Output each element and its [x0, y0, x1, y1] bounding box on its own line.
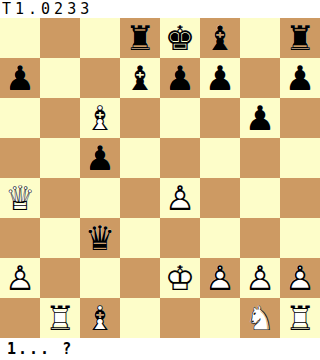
square-c6[interactable]: ♝♗ — [80, 98, 120, 138]
square-g4[interactable] — [240, 178, 280, 218]
square-c7[interactable] — [80, 58, 120, 98]
piece-white-pawn: ♟♙ — [200, 258, 240, 298]
piece-white-pawn: ♟♙ — [160, 178, 200, 218]
piece-white-pawn: ♟♙ — [280, 258, 320, 298]
square-b7[interactable] — [40, 58, 80, 98]
square-b4[interactable] — [40, 178, 80, 218]
square-h7[interactable]: ♙♟ — [280, 58, 320, 98]
piece-silhouette: ♝ — [200, 18, 240, 58]
square-e6[interactable] — [160, 98, 200, 138]
square-e5[interactable] — [160, 138, 200, 178]
square-h6[interactable] — [280, 98, 320, 138]
piece-black-pawn: ♙♟ — [0, 58, 40, 98]
square-d2[interactable] — [120, 258, 160, 298]
square-f1[interactable] — [200, 298, 240, 338]
square-d7[interactable]: ♗♝ — [120, 58, 160, 98]
piece-black-pawn: ♙♟ — [200, 58, 240, 98]
square-a2[interactable]: ♟♙ — [0, 258, 40, 298]
piece-outline: ♗ — [80, 298, 120, 338]
square-e3[interactable] — [160, 218, 200, 258]
square-f2[interactable]: ♟♙ — [200, 258, 240, 298]
square-b2[interactable] — [40, 258, 80, 298]
piece-outline: ♙ — [200, 258, 240, 298]
piece-silhouette: ♟ — [80, 138, 120, 178]
piece-silhouette: ♚ — [160, 18, 200, 58]
piece-outline: ♙ — [0, 258, 40, 298]
piece-silhouette: ♜ — [280, 18, 320, 58]
piece-black-rook: ♖♜ — [280, 18, 320, 58]
square-f3[interactable] — [200, 218, 240, 258]
square-g7[interactable] — [240, 58, 280, 98]
piece-black-queen: ♕♛ — [80, 218, 120, 258]
square-g5[interactable] — [240, 138, 280, 178]
piece-silhouette: ♟ — [0, 58, 40, 98]
square-h5[interactable] — [280, 138, 320, 178]
square-e4[interactable]: ♟♙ — [160, 178, 200, 218]
piece-white-pawn: ♟♙ — [240, 258, 280, 298]
piece-silhouette: ♟ — [280, 58, 320, 98]
square-d8[interactable]: ♖♜ — [120, 18, 160, 58]
square-c5[interactable]: ♙♟ — [80, 138, 120, 178]
square-b8[interactable] — [40, 18, 80, 58]
piece-outline: ♗ — [80, 98, 120, 138]
puzzle-id: T1.0233 — [0, 0, 93, 18]
piece-white-rook: ♜♖ — [40, 298, 80, 338]
square-a1[interactable] — [0, 298, 40, 338]
square-f7[interactable]: ♙♟ — [200, 58, 240, 98]
square-a5[interactable] — [0, 138, 40, 178]
square-e1[interactable] — [160, 298, 200, 338]
move-prompt: 1... ? — [0, 338, 73, 360]
piece-black-rook: ♖♜ — [120, 18, 160, 58]
square-c1[interactable]: ♝♗ — [80, 298, 120, 338]
square-h4[interactable] — [280, 178, 320, 218]
square-h1[interactable]: ♜♖ — [280, 298, 320, 338]
square-b6[interactable] — [40, 98, 80, 138]
square-f6[interactable] — [200, 98, 240, 138]
square-f4[interactable] — [200, 178, 240, 218]
piece-outline: ♖ — [280, 298, 320, 338]
square-d6[interactable] — [120, 98, 160, 138]
square-a3[interactable] — [0, 218, 40, 258]
piece-white-bishop: ♝♗ — [80, 298, 120, 338]
square-d5[interactable] — [120, 138, 160, 178]
square-e8[interactable]: ♔♚ — [160, 18, 200, 58]
piece-outline: ♖ — [40, 298, 80, 338]
square-h3[interactable] — [280, 218, 320, 258]
piece-outline: ♕ — [0, 178, 40, 218]
square-b1[interactable]: ♜♖ — [40, 298, 80, 338]
square-d4[interactable] — [120, 178, 160, 218]
square-b5[interactable] — [40, 138, 80, 178]
piece-white-knight: ♞♘ — [240, 298, 280, 338]
piece-outline: ♔ — [160, 258, 200, 298]
piece-outline: ♙ — [160, 178, 200, 218]
piece-outline: ♘ — [240, 298, 280, 338]
piece-silhouette: ♛ — [80, 218, 120, 258]
square-a7[interactable]: ♙♟ — [0, 58, 40, 98]
piece-black-bishop: ♗♝ — [200, 18, 240, 58]
square-a4[interactable]: ♛♕ — [0, 178, 40, 218]
square-e7[interactable]: ♙♟ — [160, 58, 200, 98]
square-a8[interactable] — [0, 18, 40, 58]
square-h2[interactable]: ♟♙ — [280, 258, 320, 298]
square-h8[interactable]: ♖♜ — [280, 18, 320, 58]
piece-black-king: ♔♚ — [160, 18, 200, 58]
piece-silhouette: ♝ — [120, 58, 160, 98]
piece-black-pawn: ♙♟ — [80, 138, 120, 178]
square-g2[interactable]: ♟♙ — [240, 258, 280, 298]
piece-white-queen: ♛♕ — [0, 178, 40, 218]
square-d1[interactable] — [120, 298, 160, 338]
square-g6[interactable]: ♙♟ — [240, 98, 280, 138]
piece-black-bishop: ♗♝ — [120, 58, 160, 98]
piece-white-bishop: ♝♗ — [80, 98, 120, 138]
square-a6[interactable] — [0, 98, 40, 138]
square-e2[interactable]: ♚♔ — [160, 258, 200, 298]
piece-outline: ♙ — [240, 258, 280, 298]
square-g3[interactable] — [240, 218, 280, 258]
square-g8[interactable] — [240, 18, 280, 58]
square-f5[interactable] — [200, 138, 240, 178]
piece-silhouette: ♟ — [200, 58, 240, 98]
square-f8[interactable]: ♗♝ — [200, 18, 240, 58]
piece-black-pawn: ♙♟ — [160, 58, 200, 98]
piece-white-king: ♚♔ — [160, 258, 200, 298]
square-c3[interactable]: ♕♛ — [80, 218, 120, 258]
piece-silhouette: ♜ — [120, 18, 160, 58]
header-bar: T1.0233 — [0, 0, 320, 18]
square-c4[interactable] — [80, 178, 120, 218]
piece-black-pawn: ♙♟ — [280, 58, 320, 98]
chess-board: ♖♜♔♚♗♝♖♜♙♟♗♝♙♟♙♟♙♟♝♗♙♟♙♟♛♕♟♙♕♛♟♙♚♔♟♙♟♙♟♙… — [0, 18, 320, 338]
square-c2[interactable] — [80, 258, 120, 298]
square-c8[interactable] — [80, 18, 120, 58]
piece-silhouette: ♟ — [240, 98, 280, 138]
footer-bar: 1... ? — [0, 338, 320, 360]
piece-white-rook: ♜♖ — [280, 298, 320, 338]
square-g1[interactable]: ♞♘ — [240, 298, 280, 338]
piece-outline: ♙ — [280, 258, 320, 298]
piece-white-pawn: ♟♙ — [0, 258, 40, 298]
square-d3[interactable] — [120, 218, 160, 258]
square-b3[interactable] — [40, 218, 80, 258]
piece-silhouette: ♟ — [160, 58, 200, 98]
piece-black-pawn: ♙♟ — [240, 98, 280, 138]
